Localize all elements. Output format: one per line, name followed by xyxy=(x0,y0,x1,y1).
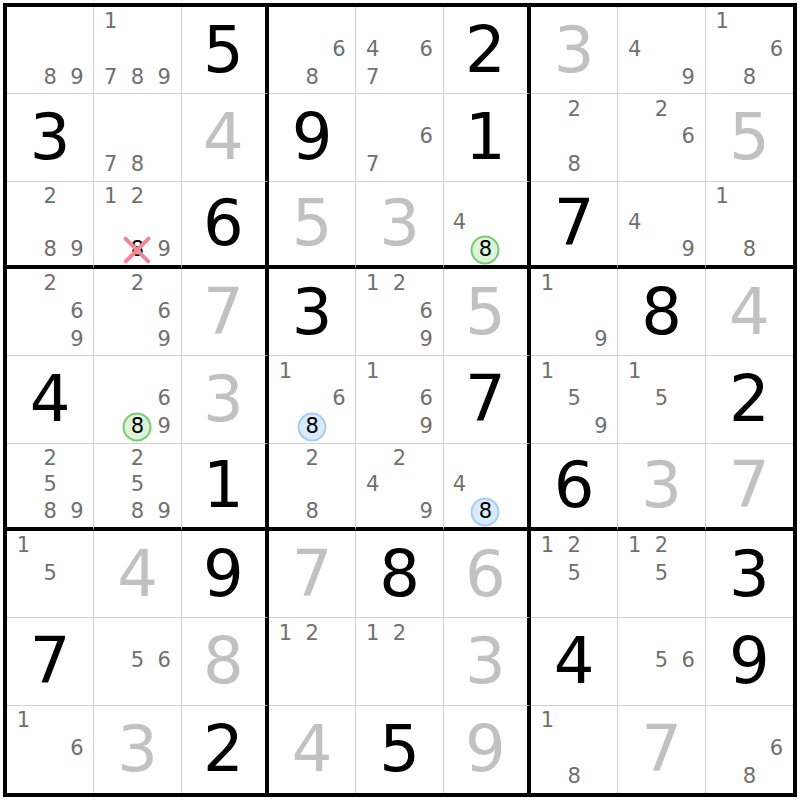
candidate-8: 8 xyxy=(124,151,151,179)
cell-r2c8[interactable]: 26 xyxy=(618,94,705,181)
empty-candidate-slot xyxy=(359,95,386,123)
empty-candidate-slot xyxy=(763,64,790,92)
candidate-2: 2 xyxy=(386,445,413,472)
empty-candidate-slot xyxy=(534,588,561,616)
candidate-4: 4 xyxy=(447,209,473,236)
candidate-5: 5 xyxy=(648,647,675,675)
empty-candidate-slot xyxy=(413,619,440,647)
empty-candidate-slot xyxy=(736,707,763,735)
empty-candidate-slot xyxy=(498,236,524,263)
empty-candidate-slot xyxy=(359,445,386,472)
candidate-1: 1 xyxy=(534,270,561,298)
empty-candidate-slot xyxy=(736,8,763,36)
empty-candidate-slot xyxy=(675,385,702,413)
solved-digit: 9 xyxy=(465,717,506,781)
cell-r2c5[interactable]: 67 xyxy=(356,94,443,181)
candidate-9: 9 xyxy=(675,64,702,92)
candidate-8: 8 xyxy=(299,64,326,92)
cell-r7c5[interactable]: 8 xyxy=(356,531,443,618)
cell-r1c6[interactable]: 2 xyxy=(444,7,531,94)
empty-candidate-slot xyxy=(64,183,91,210)
cell-r7c6[interactable]: 6 xyxy=(444,531,531,618)
cell-r6c9[interactable]: 7 xyxy=(706,444,793,531)
solved-digit: 5 xyxy=(729,105,770,169)
empty-candidate-slot xyxy=(413,445,440,472)
candidate-grid: 68 xyxy=(706,706,793,793)
empty-candidate-slot xyxy=(675,36,702,64)
empty-candidate-slot xyxy=(326,8,353,36)
candidate-grid: 159 xyxy=(531,356,617,442)
candidate-4: 4 xyxy=(621,209,648,236)
empty-candidate-slot xyxy=(37,326,64,354)
cell-r7c7[interactable]: 125 xyxy=(531,531,618,618)
cell-r4c5[interactable]: 1269 xyxy=(356,269,443,356)
candidate-8: 8 xyxy=(124,498,151,525)
empty-candidate-slot xyxy=(588,357,615,385)
candidate-6: 6 xyxy=(151,298,178,326)
cell-r6c6[interactable]: 48 xyxy=(444,444,531,531)
empty-candidate-slot xyxy=(413,675,440,703)
cell-r5c3[interactable]: 3 xyxy=(182,356,269,443)
empty-candidate-slot xyxy=(64,588,91,616)
candidate-2: 2 xyxy=(37,270,64,298)
empty-candidate-slot xyxy=(648,8,675,36)
empty-candidate-slot xyxy=(64,36,91,64)
cell-r7c8[interactable]: 125 xyxy=(618,531,705,618)
candidate-5: 5 xyxy=(561,385,588,413)
candidate-4: 4 xyxy=(621,36,648,64)
cell-r9c8[interactable]: 7 xyxy=(618,706,705,793)
cell-r8c9[interactable]: 9 xyxy=(706,618,793,705)
candidate-1: 1 xyxy=(10,707,37,735)
empty-candidate-slot xyxy=(10,64,37,92)
cell-r2c6[interactable]: 1 xyxy=(444,94,531,181)
cell-r9c1[interactable]: 16 xyxy=(7,706,94,793)
empty-candidate-slot xyxy=(763,763,790,791)
empty-candidate-slot xyxy=(326,471,353,498)
solved-digit: 7 xyxy=(203,280,244,344)
candidate-9: 9 xyxy=(151,498,178,525)
given-digit: 6 xyxy=(203,191,244,255)
solved-digit: 3 xyxy=(117,717,158,781)
candidate-7: 7 xyxy=(97,64,124,92)
cell-r7c1[interactable]: 15 xyxy=(7,531,94,618)
empty-candidate-slot xyxy=(359,413,386,441)
empty-candidate-slot xyxy=(299,647,326,675)
empty-candidate-slot xyxy=(97,236,124,263)
given-digit: 8 xyxy=(641,280,682,344)
candidate-8: 8 xyxy=(561,151,588,179)
cell-r9c9[interactable]: 68 xyxy=(706,706,793,793)
cell-r9c6[interactable]: 9 xyxy=(444,706,531,793)
cell-r8c5[interactable]: 12 xyxy=(356,618,443,705)
cell-r3c6[interactable]: 48 xyxy=(444,182,531,269)
candidate-8: 8 xyxy=(299,498,326,525)
empty-candidate-slot xyxy=(413,471,440,498)
cell-r3c8[interactable]: 49 xyxy=(618,182,705,269)
empty-candidate-slot xyxy=(386,64,413,92)
empty-candidate-slot xyxy=(359,123,386,151)
cell-r1c7[interactable]: 3 xyxy=(531,7,618,94)
empty-candidate-slot xyxy=(10,36,37,64)
candidate-2: 2 xyxy=(124,270,151,298)
cell-r8c7[interactable]: 4 xyxy=(531,618,618,705)
given-digit: 1 xyxy=(203,453,244,517)
empty-candidate-slot xyxy=(413,270,440,298)
candidate-9: 9 xyxy=(151,413,178,441)
empty-candidate-slot xyxy=(97,675,124,703)
empty-candidate-slot xyxy=(124,326,151,354)
cell-r1c1[interactable]: 89 xyxy=(7,7,94,94)
candidate-7: 7 xyxy=(359,64,386,92)
empty-candidate-slot xyxy=(675,95,702,123)
empty-candidate-slot xyxy=(413,151,440,179)
cell-r9c7[interactable]: 18 xyxy=(531,706,618,793)
cell-r6c1[interactable]: 2589 xyxy=(7,444,94,531)
empty-candidate-slot xyxy=(64,445,91,472)
solved-digit: 6 xyxy=(465,542,506,606)
cell-r2c1[interactable]: 3 xyxy=(7,94,94,181)
empty-candidate-slot xyxy=(736,183,763,210)
empty-candidate-slot xyxy=(64,209,91,236)
empty-candidate-slot xyxy=(299,675,326,703)
candidate-grid: 2589 xyxy=(94,444,180,527)
empty-candidate-slot xyxy=(472,445,498,472)
candidate-grid: 56 xyxy=(94,618,180,704)
empty-candidate-slot xyxy=(124,619,151,647)
candidate-grid: 12 xyxy=(356,618,442,704)
candidate-1: 1 xyxy=(534,357,561,385)
empty-candidate-slot xyxy=(413,95,440,123)
cell-r4c8[interactable]: 8 xyxy=(618,269,705,356)
cell-r2c9[interactable]: 5 xyxy=(706,94,793,181)
empty-candidate-slot xyxy=(648,236,675,263)
empty-candidate-slot xyxy=(386,385,413,413)
empty-candidate-slot xyxy=(763,209,790,236)
candidate-1: 1 xyxy=(709,8,736,36)
cell-r1c5[interactable]: 467 xyxy=(356,7,443,94)
empty-candidate-slot xyxy=(37,209,64,236)
candidate-6: 6 xyxy=(413,298,440,326)
cell-r7c4[interactable]: 7 xyxy=(269,531,356,618)
empty-candidate-slot xyxy=(326,64,353,92)
empty-candidate-slot xyxy=(97,209,124,236)
empty-candidate-slot xyxy=(621,619,648,647)
empty-candidate-slot xyxy=(386,413,413,441)
empty-candidate-slot xyxy=(763,707,790,735)
candidate-1: 1 xyxy=(709,183,736,210)
empty-candidate-slot xyxy=(359,385,386,413)
candidate-grid: 269 xyxy=(94,269,180,355)
candidate-2: 2 xyxy=(648,532,675,560)
empty-candidate-slot xyxy=(37,735,64,763)
empty-candidate-slot xyxy=(648,209,675,236)
empty-candidate-slot xyxy=(648,675,675,703)
cell-r4c1[interactable]: 269 xyxy=(7,269,94,356)
cell-r5c7[interactable]: 159 xyxy=(531,356,618,443)
empty-candidate-slot xyxy=(64,471,91,498)
empty-candidate-slot xyxy=(386,498,413,525)
cell-r8c8[interactable]: 56 xyxy=(618,618,705,705)
empty-candidate-slot xyxy=(736,735,763,763)
candidate-5: 5 xyxy=(648,560,675,588)
candidate-4: 4 xyxy=(359,471,386,498)
empty-candidate-slot xyxy=(359,8,386,36)
empty-candidate-slot xyxy=(37,298,64,326)
empty-candidate-slot xyxy=(621,236,648,263)
cell-r8c3[interactable]: 8 xyxy=(182,618,269,705)
solved-digit: 8 xyxy=(203,629,244,693)
empty-candidate-slot xyxy=(763,8,790,36)
candidate-5: 5 xyxy=(37,471,64,498)
empty-candidate-slot xyxy=(621,588,648,616)
empty-candidate-slot xyxy=(10,326,37,354)
empty-candidate-slot xyxy=(37,36,64,64)
candidate-5: 5 xyxy=(124,647,151,675)
empty-candidate-slot xyxy=(10,270,37,298)
empty-candidate-slot xyxy=(675,151,702,179)
empty-candidate-slot xyxy=(37,8,64,36)
cell-r7c2[interactable]: 4 xyxy=(94,531,181,618)
candidate-6: 6 xyxy=(64,735,91,763)
empty-candidate-slot xyxy=(37,707,64,735)
candidate-8: 8 xyxy=(736,64,763,92)
empty-candidate-slot xyxy=(10,8,37,36)
empty-candidate-slot xyxy=(124,298,151,326)
candidate-6: 6 xyxy=(326,385,353,413)
empty-candidate-slot xyxy=(413,64,440,92)
cell-r3c4[interactable]: 5 xyxy=(269,182,356,269)
candidate-6: 6 xyxy=(675,123,702,151)
empty-candidate-slot xyxy=(64,707,91,735)
cell-r1c3[interactable]: 5 xyxy=(182,7,269,94)
empty-candidate-slot xyxy=(386,471,413,498)
candidate-6: 6 xyxy=(151,385,178,413)
cell-r3c7[interactable]: 7 xyxy=(531,182,618,269)
cell-r5c8[interactable]: 15 xyxy=(618,356,705,443)
cell-r5c1[interactable]: 4 xyxy=(7,356,94,443)
empty-candidate-slot xyxy=(151,95,178,123)
candidate-grid: 15 xyxy=(7,531,93,617)
cell-r6c3[interactable]: 1 xyxy=(182,444,269,531)
cell-r2c3[interactable]: 4 xyxy=(182,94,269,181)
cell-r5c6[interactable]: 7 xyxy=(444,356,531,443)
cell-r1c4[interactable]: 68 xyxy=(269,7,356,94)
cell-r9c3[interactable]: 2 xyxy=(182,706,269,793)
empty-candidate-slot xyxy=(124,36,151,64)
candidate-2: 2 xyxy=(124,183,151,210)
empty-candidate-slot xyxy=(386,151,413,179)
cell-r4c9[interactable]: 4 xyxy=(706,269,793,356)
cell-r4c4[interactable]: 3 xyxy=(269,269,356,356)
empty-candidate-slot xyxy=(498,445,524,472)
empty-candidate-slot xyxy=(326,619,353,647)
empty-candidate-slot xyxy=(10,498,37,525)
cell-r3c9[interactable]: 18 xyxy=(706,182,793,269)
empty-candidate-slot xyxy=(386,298,413,326)
empty-candidate-slot xyxy=(621,64,648,92)
cell-r3c2[interactable]: 1289 xyxy=(94,182,181,269)
empty-candidate-slot xyxy=(648,619,675,647)
empty-candidate-slot xyxy=(561,707,588,735)
empty-candidate-slot xyxy=(498,498,524,525)
given-digit: 9 xyxy=(729,629,770,693)
given-digit: 3 xyxy=(30,105,71,169)
empty-candidate-slot xyxy=(709,209,736,236)
cell-r9c4[interactable]: 4 xyxy=(269,706,356,793)
cell-r7c9[interactable]: 3 xyxy=(706,531,793,618)
empty-candidate-slot xyxy=(272,445,299,472)
empty-candidate-slot xyxy=(561,735,588,763)
candidate-1: 1 xyxy=(97,8,124,36)
empty-candidate-slot xyxy=(151,619,178,647)
candidate-grid: 168 xyxy=(269,356,355,442)
empty-candidate-slot xyxy=(763,183,790,210)
empty-candidate-slot xyxy=(97,471,124,498)
cell-r4c6[interactable]: 5 xyxy=(444,269,531,356)
candidate-9: 9 xyxy=(413,498,440,525)
cell-r2c7[interactable]: 28 xyxy=(531,94,618,181)
cell-r2c2[interactable]: 78 xyxy=(94,94,181,181)
given-digit: 6 xyxy=(554,453,595,517)
empty-candidate-slot xyxy=(97,326,124,354)
empty-candidate-slot xyxy=(97,385,124,413)
cell-r8c6[interactable]: 3 xyxy=(444,618,531,705)
empty-candidate-slot xyxy=(124,357,151,385)
cell-r6c4[interactable]: 28 xyxy=(269,444,356,531)
empty-candidate-slot xyxy=(561,123,588,151)
candidate-6: 6 xyxy=(413,123,440,151)
cell-r3c5[interactable]: 3 xyxy=(356,182,443,269)
cell-r2c4[interactable]: 9 xyxy=(269,94,356,181)
empty-candidate-slot xyxy=(97,270,124,298)
empty-candidate-slot xyxy=(10,183,37,210)
empty-candidate-slot xyxy=(621,675,648,703)
candidate-1: 1 xyxy=(272,357,299,385)
empty-candidate-slot xyxy=(37,763,64,791)
candidate-grid: 289 xyxy=(7,182,93,265)
empty-candidate-slot xyxy=(472,183,498,210)
candidate-9: 9 xyxy=(588,326,615,354)
empty-candidate-slot xyxy=(534,413,561,441)
cell-r6c5[interactable]: 249 xyxy=(356,444,443,531)
candidate-9: 9 xyxy=(413,326,440,354)
empty-candidate-slot xyxy=(10,445,37,472)
empty-candidate-slot xyxy=(534,763,561,791)
candidate-grid: 168 xyxy=(706,7,793,93)
empty-candidate-slot xyxy=(97,95,124,123)
cell-r4c3[interactable]: 7 xyxy=(182,269,269,356)
cell-r9c5[interactable]: 5 xyxy=(356,706,443,793)
cell-r1c8[interactable]: 49 xyxy=(618,7,705,94)
empty-candidate-slot xyxy=(413,647,440,675)
empty-candidate-slot xyxy=(413,357,440,385)
candidate-2: 2 xyxy=(561,95,588,123)
empty-candidate-slot xyxy=(272,471,299,498)
solved-digit: 5 xyxy=(465,280,506,344)
candidate-2: 2 xyxy=(37,183,64,210)
cell-r8c2[interactable]: 56 xyxy=(94,618,181,705)
empty-candidate-slot xyxy=(588,588,615,616)
cell-r9c2[interactable]: 3 xyxy=(94,706,181,793)
empty-candidate-slot xyxy=(588,763,615,791)
cell-r1c2[interactable]: 1789 xyxy=(94,7,181,94)
empty-candidate-slot xyxy=(588,151,615,179)
empty-candidate-slot xyxy=(124,123,151,151)
candidate-grid: 1269 xyxy=(356,269,442,355)
cell-r3c1[interactable]: 289 xyxy=(7,182,94,269)
cell-r8c1[interactable]: 7 xyxy=(7,618,94,705)
cell-r7c3[interactable]: 9 xyxy=(182,531,269,618)
candidate-1: 1 xyxy=(621,532,648,560)
empty-candidate-slot xyxy=(621,560,648,588)
candidate-8: 8 xyxy=(37,498,64,525)
empty-candidate-slot xyxy=(588,123,615,151)
empty-candidate-slot xyxy=(648,413,675,441)
cell-r1c9[interactable]: 168 xyxy=(706,7,793,94)
empty-candidate-slot xyxy=(64,532,91,560)
candidate-8: 8 xyxy=(124,413,151,441)
candidate-grid: 1789 xyxy=(94,7,180,93)
cell-r6c7[interactable]: 6 xyxy=(531,444,618,531)
cell-r5c9[interactable]: 2 xyxy=(706,356,793,443)
empty-candidate-slot xyxy=(736,36,763,64)
candidate-8: 8 xyxy=(124,64,151,92)
candidate-9: 9 xyxy=(64,236,91,263)
cell-r4c7[interactable]: 19 xyxy=(531,269,618,356)
candidate-grid: 1289 xyxy=(94,182,180,265)
empty-candidate-slot xyxy=(299,385,326,413)
candidate-9: 9 xyxy=(64,64,91,92)
cell-r5c5[interactable]: 169 xyxy=(356,356,443,443)
given-digit: 4 xyxy=(30,367,71,431)
cell-r4c2[interactable]: 269 xyxy=(94,269,181,356)
cell-r3c3[interactable]: 6 xyxy=(182,182,269,269)
empty-candidate-slot xyxy=(151,36,178,64)
empty-candidate-slot xyxy=(151,675,178,703)
candidate-8: 8 xyxy=(37,64,64,92)
empty-candidate-slot xyxy=(736,209,763,236)
empty-candidate-slot xyxy=(359,326,386,354)
given-digit: 8 xyxy=(379,542,420,606)
solved-digit: 3 xyxy=(641,453,682,517)
given-digit: 2 xyxy=(203,717,244,781)
given-digit: 4 xyxy=(554,629,595,693)
given-digit: 3 xyxy=(292,280,333,344)
cell-r8c4[interactable]: 12 xyxy=(269,618,356,705)
empty-candidate-slot xyxy=(498,209,524,236)
candidate-grid: 169 xyxy=(356,356,442,442)
solved-digit: 4 xyxy=(292,717,333,781)
cell-r6c8[interactable]: 3 xyxy=(618,444,705,531)
candidate-grid: 125 xyxy=(531,531,617,617)
empty-candidate-slot xyxy=(675,8,702,36)
empty-candidate-slot xyxy=(709,707,736,735)
candidate-grid: 18 xyxy=(531,706,617,793)
empty-candidate-slot xyxy=(534,123,561,151)
given-digit: 7 xyxy=(554,191,595,255)
empty-candidate-slot xyxy=(97,298,124,326)
cell-r5c4[interactable]: 168 xyxy=(269,356,356,443)
candidate-6: 6 xyxy=(675,647,702,675)
empty-candidate-slot xyxy=(588,95,615,123)
empty-candidate-slot xyxy=(97,619,124,647)
cell-r5c2[interactable]: 689 xyxy=(94,356,181,443)
cell-r6c2[interactable]: 2589 xyxy=(94,444,181,531)
empty-candidate-slot xyxy=(534,151,561,179)
empty-candidate-slot xyxy=(386,357,413,385)
empty-candidate-slot xyxy=(621,95,648,123)
